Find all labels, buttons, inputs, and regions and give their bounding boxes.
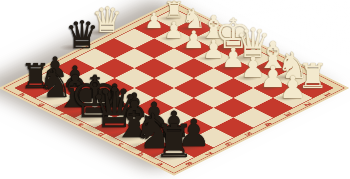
piece-black-rook-a8: ♜ <box>154 119 195 164</box>
piece-white-pawn-g2: ♟ <box>164 19 184 42</box>
pieces-layer: ♜♟♞♛♟♝♛♟♚♟♛♟♝♟♟♞♜♟♟♜♞♟♟♝♟♚♟♛♟♝♟♞♟♜ <box>0 0 350 179</box>
piece-black-queen-offboard: ♛ <box>65 16 99 54</box>
piece-white-pawn-a2: ♟ <box>279 72 307 103</box>
product-photo-scene: hgfedcba12345678 ♜♟♞♛♟♝♛♟♚♟♛♟♝♟♟♞♜♟♟♜♞♟♟… <box>0 0 350 179</box>
piece-white-pawn-h2: ♟ <box>145 10 164 31</box>
